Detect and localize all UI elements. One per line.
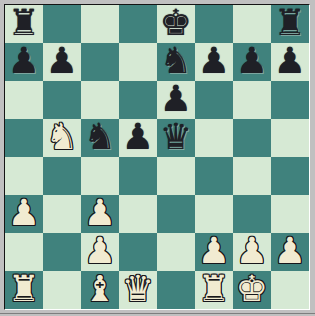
square-a3[interactable]: ♟ bbox=[5, 195, 43, 233]
square-a6[interactable] bbox=[5, 81, 43, 119]
square-c1[interactable]: ♝ bbox=[81, 271, 119, 309]
square-f1[interactable]: ♜ bbox=[195, 271, 233, 309]
square-h3[interactable] bbox=[271, 195, 309, 233]
chess-app-window: ♜♚♜♟♟♞♟♟♟♟♞♞♟♛♟♟♟♟♟♟♜♝♛♜♚ bbox=[0, 0, 315, 316]
square-b4[interactable] bbox=[43, 157, 81, 195]
square-e1[interactable] bbox=[157, 271, 195, 309]
piece-white-rook[interactable]: ♜ bbox=[8, 271, 40, 308]
square-e5[interactable]: ♛ bbox=[157, 119, 195, 157]
square-b8[interactable] bbox=[43, 5, 81, 43]
chess-board[interactable]: ♜♚♜♟♟♞♟♟♟♟♞♞♟♛♟♟♟♟♟♟♜♝♛♜♚ bbox=[5, 5, 309, 309]
square-a7[interactable]: ♟ bbox=[5, 43, 43, 81]
piece-black-pawn[interactable]: ♟ bbox=[8, 43, 40, 80]
square-b5[interactable]: ♞ bbox=[43, 119, 81, 157]
piece-white-pawn[interactable]: ♟ bbox=[198, 233, 230, 270]
piece-black-pawn[interactable]: ♟ bbox=[46, 43, 78, 80]
piece-black-pawn[interactable]: ♟ bbox=[236, 43, 268, 80]
square-e8[interactable]: ♚ bbox=[157, 5, 195, 43]
square-f8[interactable] bbox=[195, 5, 233, 43]
piece-white-pawn[interactable]: ♟ bbox=[236, 233, 268, 270]
square-e2[interactable] bbox=[157, 233, 195, 271]
square-g3[interactable] bbox=[233, 195, 271, 233]
piece-black-queen[interactable]: ♛ bbox=[160, 119, 192, 156]
square-h7[interactable]: ♟ bbox=[271, 43, 309, 81]
piece-black-rook[interactable]: ♜ bbox=[274, 5, 306, 42]
piece-white-pawn[interactable]: ♟ bbox=[274, 233, 306, 270]
square-h6[interactable] bbox=[271, 81, 309, 119]
square-h1[interactable] bbox=[271, 271, 309, 309]
square-h2[interactable]: ♟ bbox=[271, 233, 309, 271]
square-h5[interactable] bbox=[271, 119, 309, 157]
square-c6[interactable] bbox=[81, 81, 119, 119]
piece-white-rook[interactable]: ♜ bbox=[198, 271, 230, 308]
chess-board-frame: ♜♚♜♟♟♞♟♟♟♟♞♞♟♛♟♟♟♟♟♟♜♝♛♜♚ bbox=[4, 4, 310, 310]
square-g6[interactable] bbox=[233, 81, 271, 119]
square-c2[interactable]: ♟ bbox=[81, 233, 119, 271]
square-a1[interactable]: ♜ bbox=[5, 271, 43, 309]
square-f2[interactable]: ♟ bbox=[195, 233, 233, 271]
square-d4[interactable] bbox=[119, 157, 157, 195]
piece-black-pawn[interactable]: ♟ bbox=[122, 119, 154, 156]
square-d1[interactable]: ♛ bbox=[119, 271, 157, 309]
square-a8[interactable]: ♜ bbox=[5, 5, 43, 43]
square-e4[interactable] bbox=[157, 157, 195, 195]
square-f4[interactable] bbox=[195, 157, 233, 195]
piece-black-knight[interactable]: ♞ bbox=[84, 119, 116, 156]
square-g7[interactable]: ♟ bbox=[233, 43, 271, 81]
square-b2[interactable] bbox=[43, 233, 81, 271]
square-f5[interactable] bbox=[195, 119, 233, 157]
square-d8[interactable] bbox=[119, 5, 157, 43]
square-e6[interactable]: ♟ bbox=[157, 81, 195, 119]
piece-black-pawn[interactable]: ♟ bbox=[160, 81, 192, 118]
square-g4[interactable] bbox=[233, 157, 271, 195]
window-bottom-edge bbox=[0, 313, 315, 314]
square-a2[interactable] bbox=[5, 233, 43, 271]
piece-black-pawn[interactable]: ♟ bbox=[274, 43, 306, 80]
square-a5[interactable] bbox=[5, 119, 43, 157]
piece-black-knight[interactable]: ♞ bbox=[160, 43, 192, 80]
square-b6[interactable] bbox=[43, 81, 81, 119]
square-b7[interactable]: ♟ bbox=[43, 43, 81, 81]
piece-black-pawn[interactable]: ♟ bbox=[198, 43, 230, 80]
square-e7[interactable]: ♞ bbox=[157, 43, 195, 81]
square-c5[interactable]: ♞ bbox=[81, 119, 119, 157]
piece-white-pawn[interactable]: ♟ bbox=[84, 195, 116, 232]
square-g2[interactable]: ♟ bbox=[233, 233, 271, 271]
square-c3[interactable]: ♟ bbox=[81, 195, 119, 233]
square-f3[interactable] bbox=[195, 195, 233, 233]
square-h8[interactable]: ♜ bbox=[271, 5, 309, 43]
square-e3[interactable] bbox=[157, 195, 195, 233]
square-g5[interactable] bbox=[233, 119, 271, 157]
square-g8[interactable] bbox=[233, 5, 271, 43]
square-d7[interactable] bbox=[119, 43, 157, 81]
square-d3[interactable] bbox=[119, 195, 157, 233]
piece-white-knight[interactable]: ♞ bbox=[46, 119, 78, 156]
square-d2[interactable] bbox=[119, 233, 157, 271]
piece-white-queen[interactable]: ♛ bbox=[122, 271, 154, 308]
square-h4[interactable] bbox=[271, 157, 309, 195]
square-f6[interactable] bbox=[195, 81, 233, 119]
piece-white-pawn[interactable]: ♟ bbox=[8, 195, 40, 232]
piece-white-bishop[interactable]: ♝ bbox=[84, 271, 116, 308]
piece-white-king[interactable]: ♚ bbox=[236, 271, 268, 308]
square-a4[interactable] bbox=[5, 157, 43, 195]
square-d6[interactable] bbox=[119, 81, 157, 119]
square-b1[interactable] bbox=[43, 271, 81, 309]
piece-white-pawn[interactable]: ♟ bbox=[84, 233, 116, 270]
square-g1[interactable]: ♚ bbox=[233, 271, 271, 309]
square-c8[interactable] bbox=[81, 5, 119, 43]
piece-black-king[interactable]: ♚ bbox=[160, 5, 192, 42]
square-b3[interactable] bbox=[43, 195, 81, 233]
square-f7[interactable]: ♟ bbox=[195, 43, 233, 81]
piece-black-rook[interactable]: ♜ bbox=[8, 5, 40, 42]
square-c4[interactable] bbox=[81, 157, 119, 195]
square-c7[interactable] bbox=[81, 43, 119, 81]
square-d5[interactable]: ♟ bbox=[119, 119, 157, 157]
